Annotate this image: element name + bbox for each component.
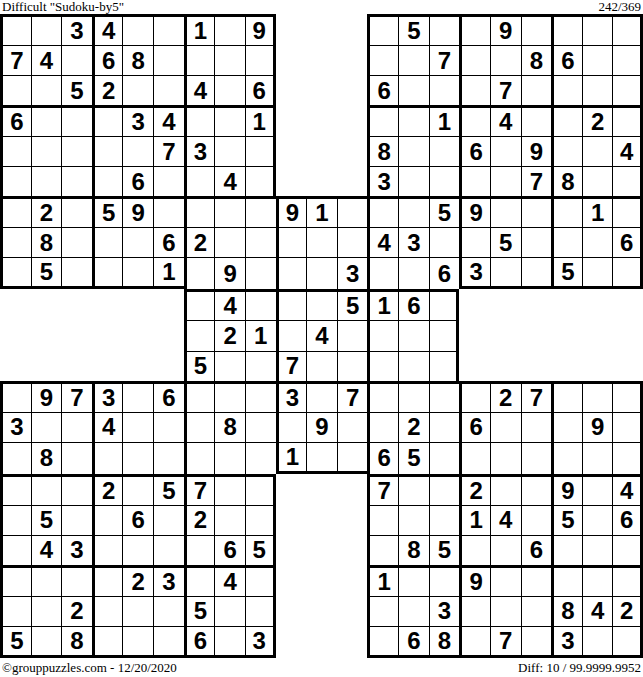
cell-r13c14[interactable]	[398, 381, 429, 412]
cell-r1c19[interactable]	[551, 14, 582, 45]
cell-r7c18[interactable]	[521, 196, 552, 227]
cell-r4c21[interactable]	[612, 105, 643, 136]
cell-r13c13[interactable]	[367, 381, 398, 412]
cell-r4c13[interactable]	[367, 105, 398, 136]
cell-r4c19[interactable]	[551, 105, 582, 136]
cell-r7c21[interactable]	[612, 196, 643, 227]
cell-r4c14[interactable]	[398, 105, 429, 136]
cell-r7c9[interactable]	[245, 196, 276, 227]
cell-r2c13[interactable]	[367, 45, 398, 75]
cell-r6c7[interactable]	[184, 166, 215, 196]
void-r11c16	[459, 320, 490, 350]
void-r19c10	[276, 565, 307, 596]
cell-r9c18[interactable]	[521, 257, 552, 289]
cell-r10c9[interactable]	[245, 289, 276, 320]
cell-r13c15[interactable]	[429, 381, 460, 412]
cell-r6c21[interactable]	[612, 166, 643, 196]
cell-r2c7[interactable]	[184, 45, 215, 75]
cell-r17c4[interactable]	[92, 505, 123, 535]
cell-r16c3[interactable]	[61, 474, 92, 505]
cell-r14c13[interactable]	[367, 412, 398, 442]
cell-r21c2[interactable]	[31, 626, 62, 658]
cell-r18c19[interactable]	[551, 535, 582, 565]
cell-r5c19[interactable]	[551, 136, 582, 166]
cell-r15c5[interactable]	[122, 442, 153, 474]
cell-r13c5[interactable]	[122, 381, 153, 412]
cell-r15c1[interactable]	[0, 442, 31, 474]
cell-r5c3[interactable]	[61, 136, 92, 166]
cell-r20c8[interactable]	[214, 596, 245, 626]
void-r3c11	[306, 75, 337, 105]
cell-r6c14[interactable]	[398, 166, 429, 196]
cell-r7c19[interactable]	[551, 196, 582, 227]
cell-r18c6[interactable]	[153, 535, 184, 565]
cell-r4c16[interactable]	[459, 105, 490, 136]
cell-r3c20[interactable]	[582, 75, 613, 105]
cell-r18c1[interactable]	[0, 535, 31, 565]
cell-r6c20[interactable]	[582, 166, 613, 196]
cell-r17c14[interactable]	[398, 505, 429, 535]
cell-r2c16[interactable]	[459, 45, 490, 75]
cell-r18c8: 6	[214, 535, 245, 565]
void-r12c3	[61, 351, 92, 381]
cell-r13c8[interactable]	[214, 381, 245, 412]
cell-r1c5[interactable]	[122, 14, 153, 45]
cell-r9c20[interactable]	[582, 257, 613, 289]
cell-r14c10[interactable]	[276, 412, 307, 442]
cell-r10c7[interactable]	[184, 289, 215, 320]
void-r11c5	[122, 320, 153, 350]
cell-r6c4[interactable]	[92, 166, 123, 196]
cell-r15c17[interactable]	[490, 442, 521, 474]
void-r12c19	[551, 351, 582, 381]
void-r12c17	[490, 351, 521, 381]
cell-r6c16[interactable]	[459, 166, 490, 196]
cell-r15c7[interactable]	[184, 442, 215, 474]
cell-r9c15: 6	[429, 257, 460, 289]
cell-r1c3: 3	[61, 14, 92, 45]
cell-r9c1[interactable]	[0, 257, 31, 289]
cell-r4c20: 2	[582, 105, 613, 136]
cell-r13c1[interactable]	[0, 381, 31, 412]
cell-r2c9[interactable]	[245, 45, 276, 75]
cell-r18c7[interactable]	[184, 535, 215, 565]
cell-r1c16[interactable]	[459, 14, 490, 45]
cell-r3c16[interactable]	[459, 75, 490, 105]
void-r10c6	[153, 289, 184, 320]
void-r12c20	[582, 351, 613, 381]
cell-r21c21[interactable]	[612, 626, 643, 658]
cell-r19c9[interactable]	[245, 565, 276, 596]
void-r3c12	[337, 75, 368, 105]
cell-r15c18[interactable]	[521, 442, 552, 474]
cell-r8c14: 3	[398, 227, 429, 257]
void-r2c12	[337, 45, 368, 75]
cell-r8c20[interactable]	[582, 227, 613, 257]
cell-r15c15[interactable]	[429, 442, 460, 474]
cell-r10c10[interactable]	[276, 289, 307, 320]
cell-r7c12[interactable]	[337, 196, 368, 227]
cell-r8c19[interactable]	[551, 227, 582, 257]
cell-r4c8[interactable]	[214, 105, 245, 136]
cell-r9c3[interactable]	[61, 257, 92, 289]
void-r11c18	[521, 320, 552, 350]
cell-r8c8[interactable]	[214, 227, 245, 257]
cell-r5c6: 7	[153, 136, 184, 166]
cell-r14c17[interactable]	[490, 412, 521, 442]
cell-r19c15[interactable]	[429, 565, 460, 596]
cell-r2c6[interactable]	[153, 45, 184, 75]
cell-r12c15[interactable]	[429, 351, 460, 381]
page-footer: ©grouppuzzles.com - 12/20/2020 Diff: 10 …	[0, 658, 643, 677]
cell-r2c2: 4	[31, 45, 62, 75]
cell-r13c21[interactable]	[612, 381, 643, 412]
cell-r7c8[interactable]	[214, 196, 245, 227]
cell-r12c8[interactable]	[214, 351, 245, 381]
cell-r15c11[interactable]	[306, 442, 337, 474]
cell-r5c20[interactable]	[582, 136, 613, 166]
cell-r13c20[interactable]	[582, 381, 613, 412]
cell-r4c7[interactable]	[184, 105, 215, 136]
cell-r9c7[interactable]	[184, 257, 215, 289]
void-r11c20	[582, 320, 613, 350]
cell-r6c3[interactable]	[61, 166, 92, 196]
cell-r1c9: 9	[245, 14, 276, 45]
cell-r18c9: 5	[245, 535, 276, 565]
cell-r6c6[interactable]	[153, 166, 184, 196]
cell-r20c5[interactable]	[122, 596, 153, 626]
cell-r13c11[interactable]	[306, 381, 337, 412]
cell-r7c3[interactable]	[61, 196, 92, 227]
cell-r9c10[interactable]	[276, 257, 307, 289]
cell-r19c2[interactable]	[31, 565, 62, 596]
cell-r1c21[interactable]	[612, 14, 643, 45]
cell-r17c19: 5	[551, 505, 582, 535]
cell-r5c8[interactable]	[214, 136, 245, 166]
cell-r19c20[interactable]	[582, 565, 613, 596]
cell-r7c5: 9	[122, 196, 153, 227]
cell-r17c13[interactable]	[367, 505, 398, 535]
cell-r18c4[interactable]	[92, 535, 123, 565]
cell-r2c1: 7	[0, 45, 31, 75]
void-r10c3	[61, 289, 92, 320]
cell-r14c2[interactable]	[31, 412, 62, 442]
cell-r3c1[interactable]	[0, 75, 31, 105]
cell-r4c9: 1	[245, 105, 276, 136]
cell-r6c9[interactable]	[245, 166, 276, 196]
cell-r9c21[interactable]	[612, 257, 643, 289]
cell-r8c10[interactable]	[276, 227, 307, 257]
cell-r8c6: 6	[153, 227, 184, 257]
cell-r5c1[interactable]	[0, 136, 31, 166]
cell-r8c1[interactable]	[0, 227, 31, 257]
cell-r4c3[interactable]	[61, 105, 92, 136]
cell-r11c15[interactable]	[429, 320, 460, 350]
cell-r17c1[interactable]	[0, 505, 31, 535]
cell-r20c2[interactable]	[31, 596, 62, 626]
cell-r17c20[interactable]	[582, 505, 613, 535]
cell-r7c14[interactable]	[398, 196, 429, 227]
cell-r7c4: 5	[92, 196, 123, 227]
cell-r17c18[interactable]	[521, 505, 552, 535]
void-r20c10	[276, 596, 307, 626]
cell-r18c17[interactable]	[490, 535, 521, 565]
cell-r3c2[interactable]	[31, 75, 62, 105]
cell-r16c8[interactable]	[214, 474, 245, 505]
cell-r9c5[interactable]	[122, 257, 153, 289]
cell-r5c4[interactable]	[92, 136, 123, 166]
cell-r9c14[interactable]	[398, 257, 429, 289]
void-r11c2	[31, 320, 62, 350]
void-r1c10	[276, 14, 307, 45]
cell-r12c13[interactable]	[367, 351, 398, 381]
cell-r8c3[interactable]	[61, 227, 92, 257]
cell-r6c17[interactable]	[490, 166, 521, 196]
cell-r12c11[interactable]	[306, 351, 337, 381]
cell-r19c19[interactable]	[551, 565, 582, 596]
cell-r15c20[interactable]	[582, 442, 613, 474]
cell-r1c6[interactable]	[153, 14, 184, 45]
cell-r9c4[interactable]	[92, 257, 123, 289]
cell-r10c11[interactable]	[306, 289, 337, 320]
cell-r1c13[interactable]	[367, 14, 398, 45]
cell-r11c10[interactable]	[276, 320, 307, 350]
cell-r19c1[interactable]	[0, 565, 31, 596]
cell-r15c16[interactable]	[459, 442, 490, 474]
cell-r19c17[interactable]	[490, 565, 521, 596]
cell-r11c14[interactable]	[398, 320, 429, 350]
cell-r20c18[interactable]	[521, 596, 552, 626]
cell-r5c18: 9	[521, 136, 552, 166]
cell-r15c3[interactable]	[61, 442, 92, 474]
void-r20c12	[337, 596, 368, 626]
cell-r20c6[interactable]	[153, 596, 184, 626]
cell-r13c17: 2	[490, 381, 521, 412]
void-r6c12	[337, 166, 368, 196]
cell-r9c13[interactable]	[367, 257, 398, 289]
cell-r21c13[interactable]	[367, 626, 398, 658]
cell-r4c4[interactable]	[92, 105, 123, 136]
cell-r17c8[interactable]	[214, 505, 245, 535]
cell-r16c9[interactable]	[245, 474, 276, 505]
cell-r21c6[interactable]	[153, 626, 184, 658]
cell-r6c15[interactable]	[429, 166, 460, 196]
cell-r21c4[interactable]	[92, 626, 123, 658]
cell-r1c20[interactable]	[582, 14, 613, 45]
cell-r5c14[interactable]	[398, 136, 429, 166]
cell-r13c7[interactable]	[184, 381, 215, 412]
void-r11c4	[92, 320, 123, 350]
cell-r15c9[interactable]	[245, 442, 276, 474]
cell-r8c15[interactable]	[429, 227, 460, 257]
cell-r1c18[interactable]	[521, 14, 552, 45]
cell-r20c1[interactable]	[0, 596, 31, 626]
cell-r16c1[interactable]	[0, 474, 31, 505]
void-r19c11	[306, 565, 337, 596]
cell-r6c2[interactable]	[31, 166, 62, 196]
cell-r9c9[interactable]	[245, 257, 276, 289]
cell-r1c1[interactable]	[0, 14, 31, 45]
cell-r15c8[interactable]	[214, 442, 245, 474]
cell-r16c15[interactable]	[429, 474, 460, 505]
cell-r15c19[interactable]	[551, 442, 582, 474]
cell-r4c2[interactable]	[31, 105, 62, 136]
cell-r9c6: 1	[153, 257, 184, 289]
cell-r11c7[interactable]	[184, 320, 215, 350]
cell-r2c14[interactable]	[398, 45, 429, 75]
cell-r4c6: 4	[153, 105, 184, 136]
cell-r16c17[interactable]	[490, 474, 521, 505]
cell-r16c7: 7	[184, 474, 215, 505]
cell-r2c3[interactable]	[61, 45, 92, 75]
cell-r3c18[interactable]	[521, 75, 552, 105]
cell-r2c17[interactable]	[490, 45, 521, 75]
cell-r19c3[interactable]	[61, 565, 92, 596]
cell-r8c5[interactable]	[122, 227, 153, 257]
cell-r7c1[interactable]	[0, 196, 31, 227]
cell-r16c14[interactable]	[398, 474, 429, 505]
cell-r21c17: 7	[490, 626, 521, 658]
cell-r1c8[interactable]	[214, 14, 245, 45]
cell-r19c21[interactable]	[612, 565, 643, 596]
cell-r18c16[interactable]	[459, 535, 490, 565]
cell-r17c9[interactable]	[245, 505, 276, 535]
cell-r3c14[interactable]	[398, 75, 429, 105]
cell-r1c7: 1	[184, 14, 215, 45]
cell-r12c10: 7	[276, 351, 307, 381]
cell-r19c4[interactable]	[92, 565, 123, 596]
cell-r7c17[interactable]	[490, 196, 521, 227]
cell-r5c2[interactable]	[31, 136, 62, 166]
cell-r15c6[interactable]	[153, 442, 184, 474]
cell-r8c18[interactable]	[521, 227, 552, 257]
cell-r12c14[interactable]	[398, 351, 429, 381]
cell-r21c20[interactable]	[582, 626, 613, 658]
cell-r7c13[interactable]	[367, 196, 398, 227]
cell-r7c7[interactable]	[184, 196, 215, 227]
cell-r8c12[interactable]	[337, 227, 368, 257]
cell-r9c11[interactable]	[306, 257, 337, 289]
cell-r6c1[interactable]	[0, 166, 31, 196]
cell-r8c9[interactable]	[245, 227, 276, 257]
cell-r15c4[interactable]	[92, 442, 123, 474]
cell-r1c2[interactable]	[31, 14, 62, 45]
void-r12c6	[153, 351, 184, 381]
cell-r15c21[interactable]	[612, 442, 643, 474]
cell-r5c15[interactable]	[429, 136, 460, 166]
cell-r20c16[interactable]	[459, 596, 490, 626]
cell-r3c6[interactable]	[153, 75, 184, 105]
cell-r9c17[interactable]	[490, 257, 521, 289]
cell-r14c18[interactable]	[521, 412, 552, 442]
cell-r16c5[interactable]	[122, 474, 153, 505]
cell-r21c16[interactable]	[459, 626, 490, 658]
cell-r13c16[interactable]	[459, 381, 490, 412]
cell-r16c2[interactable]	[31, 474, 62, 505]
copyright-text: ©grouppuzzles.com - 12/20/2020	[2, 660, 177, 676]
cell-r14c19[interactable]	[551, 412, 582, 442]
cell-r20c17[interactable]	[490, 596, 521, 626]
cell-r3c5[interactable]	[122, 75, 153, 105]
cell-r8c4[interactable]	[92, 227, 123, 257]
cell-r14c21[interactable]	[612, 412, 643, 442]
cell-r3c21[interactable]	[612, 75, 643, 105]
cell-r19c5: 2	[122, 565, 153, 596]
cell-r18c20[interactable]	[582, 535, 613, 565]
cell-r20c9[interactable]	[245, 596, 276, 626]
cell-r19c7[interactable]	[184, 565, 215, 596]
cell-r14c7[interactable]	[184, 412, 215, 442]
cell-r5c5[interactable]	[122, 136, 153, 166]
void-r4c11	[306, 105, 337, 136]
cell-r20c14[interactable]	[398, 596, 429, 626]
cell-r20c13[interactable]	[367, 596, 398, 626]
cell-r16c18[interactable]	[521, 474, 552, 505]
cell-r18c13[interactable]	[367, 535, 398, 565]
cell-r13c9[interactable]	[245, 381, 276, 412]
cell-r2c8[interactable]	[214, 45, 245, 75]
cell-r5c9[interactable]	[245, 136, 276, 166]
cell-r12c9[interactable]	[245, 351, 276, 381]
void-r16c10	[276, 474, 307, 505]
cell-r8c16[interactable]	[459, 227, 490, 257]
cell-r19c14[interactable]	[398, 565, 429, 596]
cell-r11c9: 1	[245, 320, 276, 350]
cell-r7c6[interactable]	[153, 196, 184, 227]
cell-r18c21[interactable]	[612, 535, 643, 565]
cell-r8c11[interactable]	[306, 227, 337, 257]
cell-r14c12[interactable]	[337, 412, 368, 442]
cell-r14c5[interactable]	[122, 412, 153, 442]
cell-r10c15[interactable]	[429, 289, 460, 320]
cell-r3c8[interactable]	[214, 75, 245, 105]
cell-r13c4: 3	[92, 381, 123, 412]
cell-r21c8[interactable]	[214, 626, 245, 658]
cell-r11c12[interactable]	[337, 320, 368, 350]
cell-r2c20[interactable]	[582, 45, 613, 75]
cell-r13c19[interactable]	[551, 381, 582, 412]
cell-r7c10: 9	[276, 196, 307, 227]
cell-r16c20[interactable]	[582, 474, 613, 505]
cell-r14c15[interactable]	[429, 412, 460, 442]
cell-r14c3[interactable]	[61, 412, 92, 442]
cell-r1c15[interactable]	[429, 14, 460, 45]
cell-r14c6[interactable]	[153, 412, 184, 442]
cell-r14c20: 9	[582, 412, 613, 442]
cell-r17c15[interactable]	[429, 505, 460, 535]
cell-r14c9[interactable]	[245, 412, 276, 442]
cell-r15c12[interactable]	[337, 442, 368, 474]
cell-r18c18: 6	[521, 535, 552, 565]
cell-r2c21[interactable]	[612, 45, 643, 75]
cell-r11c13[interactable]	[367, 320, 398, 350]
cell-r3c15[interactable]	[429, 75, 460, 105]
cell-r4c18[interactable]	[521, 105, 552, 136]
cell-r12c12[interactable]	[337, 351, 368, 381]
cell-r21c5[interactable]	[122, 626, 153, 658]
cell-r21c18[interactable]	[521, 626, 552, 658]
void-r18c11	[306, 535, 337, 565]
cell-r20c4[interactable]	[92, 596, 123, 626]
cell-r5c17[interactable]	[490, 136, 521, 166]
cell-r18c5[interactable]	[122, 535, 153, 565]
cell-r3c19[interactable]	[551, 75, 582, 105]
cell-r17c3[interactable]	[61, 505, 92, 535]
cell-r17c6[interactable]	[153, 505, 184, 535]
cell-r19c18[interactable]	[521, 565, 552, 596]
void-r16c11	[306, 474, 337, 505]
void-r5c10	[276, 136, 307, 166]
